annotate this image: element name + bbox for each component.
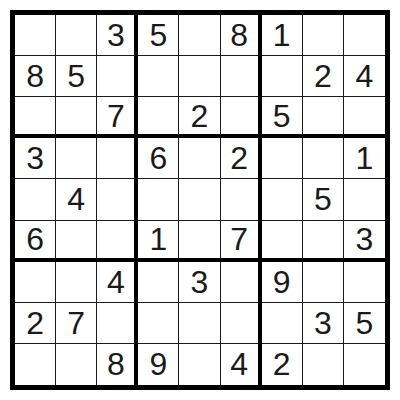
cell-r4c3[interactable] — [97, 138, 138, 179]
cell-r3c5[interactable]: 2 — [179, 97, 220, 138]
cell-r9c2[interactable] — [56, 344, 97, 385]
cell-r4c7[interactable] — [262, 138, 303, 179]
cell-r3c7[interactable]: 5 — [262, 97, 303, 138]
cell-r7c9[interactable] — [344, 262, 385, 303]
cell-r9c7[interactable]: 2 — [262, 344, 303, 385]
cell-r5c2[interactable]: 4 — [56, 179, 97, 220]
cell-r1c5[interactable] — [179, 15, 220, 56]
cell-r6c1[interactable]: 6 — [15, 221, 56, 262]
cell-r1c4[interactable]: 5 — [138, 15, 179, 56]
cell-r3c1[interactable] — [15, 97, 56, 138]
cell-r4c6[interactable]: 2 — [221, 138, 262, 179]
cell-r3c6[interactable] — [221, 97, 262, 138]
cell-r9c4[interactable]: 9 — [138, 344, 179, 385]
cell-r2c5[interactable] — [179, 56, 220, 97]
cell-r8c5[interactable] — [179, 303, 220, 344]
cell-r6c7[interactable] — [262, 221, 303, 262]
cell-r1c1[interactable] — [15, 15, 56, 56]
cell-r3c3[interactable]: 7 — [97, 97, 138, 138]
cell-r9c6[interactable]: 4 — [221, 344, 262, 385]
cell-r5c6[interactable] — [221, 179, 262, 220]
cell-r2c4[interactable] — [138, 56, 179, 97]
cell-r8c2[interactable]: 7 — [56, 303, 97, 344]
cell-r8c7[interactable] — [262, 303, 303, 344]
cell-r8c8[interactable]: 3 — [303, 303, 344, 344]
cell-r6c5[interactable] — [179, 221, 220, 262]
cell-r2c2[interactable]: 5 — [56, 56, 97, 97]
cell-r5c7[interactable] — [262, 179, 303, 220]
cell-r4c2[interactable] — [56, 138, 97, 179]
cell-r8c6[interactable] — [221, 303, 262, 344]
cell-r1c2[interactable] — [56, 15, 97, 56]
cell-r9c8[interactable] — [303, 344, 344, 385]
cell-r8c4[interactable] — [138, 303, 179, 344]
cell-r2c3[interactable] — [97, 56, 138, 97]
cell-r1c9[interactable] — [344, 15, 385, 56]
cell-r6c2[interactable] — [56, 221, 97, 262]
cell-r7c6[interactable] — [221, 262, 262, 303]
cell-r1c7[interactable]: 1 — [262, 15, 303, 56]
cell-r4c8[interactable] — [303, 138, 344, 179]
cell-r3c4[interactable] — [138, 97, 179, 138]
cell-r2c7[interactable] — [262, 56, 303, 97]
cell-r1c3[interactable]: 3 — [97, 15, 138, 56]
cell-r7c5[interactable]: 3 — [179, 262, 220, 303]
cell-r4c5[interactable] — [179, 138, 220, 179]
cell-r9c9[interactable] — [344, 344, 385, 385]
cell-r6c8[interactable] — [303, 221, 344, 262]
cell-r1c6[interactable]: 8 — [221, 15, 262, 56]
cell-r8c3[interactable] — [97, 303, 138, 344]
cell-r3c2[interactable] — [56, 97, 97, 138]
cell-r5c4[interactable] — [138, 179, 179, 220]
cell-r6c6[interactable]: 7 — [221, 221, 262, 262]
cell-r7c7[interactable]: 9 — [262, 262, 303, 303]
cell-r9c5[interactable] — [179, 344, 220, 385]
cell-r6c3[interactable] — [97, 221, 138, 262]
cell-r5c5[interactable] — [179, 179, 220, 220]
cell-r7c8[interactable] — [303, 262, 344, 303]
cell-r9c1[interactable] — [15, 344, 56, 385]
cell-r5c3[interactable] — [97, 179, 138, 220]
cell-r7c2[interactable] — [56, 262, 97, 303]
cell-r2c9[interactable]: 4 — [344, 56, 385, 97]
cell-r4c4[interactable]: 6 — [138, 138, 179, 179]
cell-r8c1[interactable]: 2 — [15, 303, 56, 344]
cell-r1c8[interactable] — [303, 15, 344, 56]
cell-r7c1[interactable] — [15, 262, 56, 303]
cell-r4c9[interactable]: 1 — [344, 138, 385, 179]
cell-r6c9[interactable]: 3 — [344, 221, 385, 262]
cell-r2c8[interactable]: 2 — [303, 56, 344, 97]
cell-r3c8[interactable] — [303, 97, 344, 138]
cell-r6c4[interactable]: 1 — [138, 221, 179, 262]
cell-r9c3[interactable]: 8 — [97, 344, 138, 385]
cell-r3c9[interactable] — [344, 97, 385, 138]
cell-r7c4[interactable] — [138, 262, 179, 303]
cell-r5c8[interactable]: 5 — [303, 179, 344, 220]
cell-r2c6[interactable] — [221, 56, 262, 97]
sudoku-board: 35818524725362145617343927358942 — [10, 10, 390, 390]
cell-r4c1[interactable]: 3 — [15, 138, 56, 179]
cell-r5c1[interactable] — [15, 179, 56, 220]
cell-r7c3[interactable]: 4 — [97, 262, 138, 303]
cell-r8c9[interactable]: 5 — [344, 303, 385, 344]
cell-r5c9[interactable] — [344, 179, 385, 220]
cell-r2c1[interactable]: 8 — [15, 56, 56, 97]
